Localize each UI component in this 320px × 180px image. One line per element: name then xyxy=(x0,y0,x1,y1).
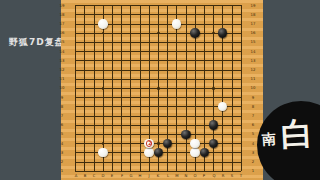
row-label-left: 19 xyxy=(58,3,65,7)
star-point xyxy=(157,142,160,145)
stone-white-O3 xyxy=(190,148,199,157)
stone-white-O4 xyxy=(190,139,199,148)
row-label-right: 8 xyxy=(249,104,256,108)
column-label: D xyxy=(100,174,107,178)
stone-black-O16 xyxy=(190,28,199,37)
row-label-right: 13 xyxy=(249,58,256,62)
grid-line-horizontal xyxy=(75,116,241,117)
row-label-left: 6 xyxy=(58,123,65,127)
star-point xyxy=(212,87,215,90)
grid-line-horizontal xyxy=(75,97,241,98)
row-label-right: 9 xyxy=(249,95,256,99)
row-label-right: 2 xyxy=(249,160,256,164)
column-label: L xyxy=(164,174,171,178)
row-label-left: 2 xyxy=(58,160,65,164)
stone-black-Q6 xyxy=(209,120,218,129)
column-label: K xyxy=(155,174,162,178)
column-label: J xyxy=(146,174,153,178)
row-label-right: 14 xyxy=(249,49,256,53)
column-label: A xyxy=(72,174,79,178)
row-label-right: 15 xyxy=(249,40,256,44)
row-label-left: 10 xyxy=(58,86,65,90)
grid-line-horizontal xyxy=(75,134,241,135)
grid-line-horizontal xyxy=(75,42,241,43)
row-label-left: 9 xyxy=(58,95,65,99)
row-label-left: 5 xyxy=(58,132,65,136)
column-label: R xyxy=(219,174,226,178)
row-label-left: 17 xyxy=(58,22,65,26)
row-label-right: 6 xyxy=(249,123,256,127)
row-label-left: 12 xyxy=(58,68,65,72)
row-label-right: 3 xyxy=(249,150,256,154)
grid-line-horizontal xyxy=(75,51,241,52)
row-label-left: 15 xyxy=(58,40,65,44)
column-label: M xyxy=(173,174,180,178)
column-label: G xyxy=(127,174,134,178)
column-label: T xyxy=(238,174,245,178)
column-label: B xyxy=(81,174,88,178)
grid-line-horizontal xyxy=(75,60,241,61)
stone-white-J3 xyxy=(144,148,153,157)
stone-black-N5 xyxy=(181,130,190,139)
column-label: N xyxy=(183,174,190,178)
move-number-label: 2 xyxy=(146,141,153,146)
row-label-right: 11 xyxy=(249,77,256,81)
stone-white-M17 xyxy=(172,19,181,28)
row-label-left: 8 xyxy=(58,104,65,108)
row-label-right: 17 xyxy=(249,22,256,26)
stone-black-R16 xyxy=(218,28,227,37)
grid-line-horizontal xyxy=(75,14,241,15)
stone-black-Q4 xyxy=(209,139,218,148)
row-label-left: 13 xyxy=(58,58,65,62)
row-label-right: 18 xyxy=(249,12,256,16)
row-label-left: 4 xyxy=(58,141,65,145)
row-label-right: 19 xyxy=(249,3,256,7)
stone-black-L4 xyxy=(163,139,172,148)
row-label-right: 1 xyxy=(249,169,256,173)
stone-white-R8 xyxy=(218,102,227,111)
row-label-right: 7 xyxy=(249,114,256,118)
column-label: P xyxy=(201,174,208,178)
row-label-left: 7 xyxy=(58,114,65,118)
grid-line-horizontal xyxy=(75,171,241,172)
row-label-left: 18 xyxy=(58,12,65,16)
column-label: O xyxy=(192,174,199,178)
logo-char-small: 南 xyxy=(261,131,276,150)
row-label-right: 16 xyxy=(249,31,256,35)
column-label: E xyxy=(109,174,116,178)
row-label-right: 5 xyxy=(249,132,256,136)
stone-white-D3 xyxy=(98,148,107,157)
move-number-marker: 2 xyxy=(146,140,152,146)
grid-line-horizontal xyxy=(75,106,241,107)
row-label-right: 4 xyxy=(249,141,256,145)
video-frame: 野狐7D复盘 191918181717161615151414131312121… xyxy=(0,0,320,180)
grid-line-horizontal xyxy=(75,70,241,71)
stone-black-K3 xyxy=(154,148,163,157)
row-label-right: 12 xyxy=(249,68,256,72)
row-label-left: 1 xyxy=(58,169,65,173)
column-label: S xyxy=(229,174,236,178)
logo-char-large: 白 xyxy=(280,112,314,158)
row-label-left: 14 xyxy=(58,49,65,53)
grid-line-horizontal xyxy=(75,162,241,163)
row-label-right: 10 xyxy=(249,86,256,90)
grid-line-horizontal xyxy=(75,5,241,6)
column-label: F xyxy=(118,174,125,178)
column-label: C xyxy=(91,174,98,178)
row-label-left: 3 xyxy=(58,150,65,154)
stone-white-D17 xyxy=(98,19,107,28)
star-point xyxy=(157,87,160,90)
column-label: H xyxy=(137,174,144,178)
column-label: Q xyxy=(210,174,217,178)
stone-black-P3 xyxy=(200,148,209,157)
row-label-left: 11 xyxy=(58,77,65,81)
row-label-left: 16 xyxy=(58,31,65,35)
grid-line-horizontal xyxy=(75,79,241,80)
